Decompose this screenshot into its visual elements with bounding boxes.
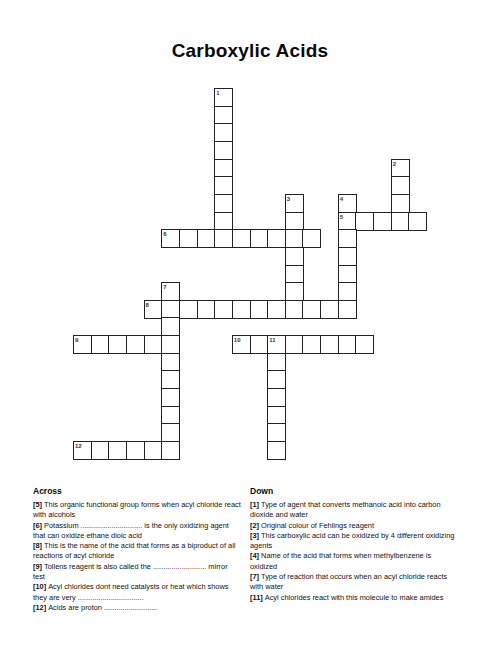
cell-number: 5 [340,214,343,220]
clue-text: Name of the acid that forms when methylb… [250,551,431,570]
cell-number: 6 [163,231,166,237]
grid-cell[interactable] [232,300,251,319]
grid-cell[interactable] [302,335,321,354]
grid-cell[interactable] [338,247,357,266]
grid-cell[interactable] [373,212,392,231]
grid-cell[interactable] [338,300,357,319]
grid-cell[interactable] [108,441,127,460]
grid-cell[interactable] [144,441,163,460]
cell-number: 11 [269,337,275,343]
grid-cell[interactable] [179,229,198,248]
grid-cell[interactable] [285,212,304,231]
grid-cell[interactable] [91,335,110,354]
grid-cell[interactable] [91,441,110,460]
grid-cell[interactable] [285,265,304,284]
grid-cell[interactable] [285,335,304,354]
grid-cell[interactable] [355,335,374,354]
clue-number: [9] [33,562,42,571]
grid-cell[interactable] [161,335,180,354]
grid-cell[interactable] [161,441,180,460]
clue-text: Acyl chlorides react with this molecule … [265,593,444,602]
grid-cell[interactable] [214,141,233,160]
clue-across-8: [8]This is the name of the acid that for… [33,541,241,562]
down-heading: Down [250,486,458,496]
clue-across-10: [10]Acyl chlorides dont need catalysts o… [33,582,241,603]
grid-cell[interactable] [161,388,180,407]
grid-cell[interactable] [214,123,233,142]
clue-text: Acyl chlorides dont need catalysts or he… [33,582,229,601]
grid-cell[interactable] [250,335,269,354]
grid-cell[interactable] [408,212,427,231]
grid-cell[interactable] [161,370,180,389]
clue-number: [11] [250,593,263,602]
clue-down-2: [2]Original colour of Fehlings reagent [250,521,458,531]
grid-cell[interactable] [250,229,269,248]
clue-number: [6] [33,521,42,530]
grid-cell[interactable] [126,441,145,460]
grid-cell[interactable] [214,229,233,248]
clue-text: Type of agent that converts methanoic ac… [250,500,441,519]
grid-cell[interactable] [267,353,286,372]
grid-cell[interactable] [126,335,145,354]
grid-cell[interactable] [338,229,357,248]
grid-cell[interactable] [302,300,321,319]
clue-text: Original colour of Fehlings reagent [261,521,374,530]
grid-cell[interactable] [108,335,127,354]
grid-cell[interactable] [197,300,216,319]
grid-cell[interactable] [285,300,304,319]
grid-cell[interactable] [232,229,251,248]
clue-number: [7] [250,572,259,581]
clue-down-3: [3]This carboxylic acid can be oxidized … [250,531,458,552]
clue-number: [4] [250,551,259,560]
grid-cell[interactable] [161,300,180,319]
clue-down-1: [1]Type of agent that converts methanoic… [250,500,458,521]
cell-number: 9 [75,337,78,343]
clue-number: [8] [33,541,42,550]
across-heading: Across [33,486,241,496]
clue-text: Potassium ..............................… [33,521,229,540]
clue-text: This is the name of the acid that forms … [33,541,235,560]
clue-down-11: [11]Acyl chlorides react with this molec… [250,593,458,603]
clue-across-5: [5]This organic functional group forms w… [33,500,241,521]
grid-cell[interactable] [267,370,286,389]
clue-text: This organic functional group forms when… [33,500,241,519]
clue-text: Acids are proton .......................… [48,603,157,612]
grid-cell[interactable] [161,353,180,372]
grid-cell[interactable] [161,406,180,425]
clue-number: [5] [33,500,42,509]
down-clues: Down [1]Type of agent that converts meth… [250,486,458,603]
grid-cell[interactable] [161,423,180,442]
grid-cell[interactable] [144,335,163,354]
clue-number: [3] [250,531,259,540]
clue-text: Tollens reagent is also called the .....… [33,562,228,581]
clue-across-6: [6]Potassium ...........................… [33,521,241,542]
grid-cell[interactable] [285,247,304,266]
grid-cell[interactable] [267,229,286,248]
cell-number: 2 [393,161,396,167]
clue-number: [12] [33,603,46,612]
grid-cell[interactable] [267,406,286,425]
clue-down-4: [4]Name of the acid that forms when meth… [250,551,458,572]
crossword-grid: 123456789101112 [0,0,500,480]
grid-cell[interactable] [320,335,339,354]
clue-across-12: [12]Acids are proton ...................… [33,603,241,613]
across-clues: Across [5]This organic functional group … [33,486,241,613]
grid-cell[interactable] [338,335,357,354]
grid-cell[interactable] [391,176,410,195]
cell-number: 10 [234,337,241,343]
grid-cell[interactable] [250,300,269,319]
cell-number: 7 [163,284,166,290]
grid-cell[interactable] [302,229,321,248]
grid-cell[interactable] [214,194,233,213]
cell-number: 8 [146,302,149,308]
clue-number: [1] [250,500,259,509]
grid-cell[interactable] [338,282,357,301]
grid-cell[interactable] [338,265,357,284]
clue-number: [2] [250,521,259,530]
cell-number: 12 [75,443,82,449]
grid-cell[interactable] [179,300,198,319]
grid-cell[interactable] [214,176,233,195]
clue-down-7: [7]Type of reaction that occurs when an … [250,572,458,593]
grid-cell[interactable] [355,212,374,231]
grid-cell[interactable] [285,229,304,248]
grid-cell[interactable] [391,194,410,213]
grid-cell[interactable] [197,229,216,248]
grid-cell[interactable] [161,317,180,336]
grid-cell[interactable] [267,300,286,319]
cell-number: 3 [287,196,290,202]
grid-cell[interactable] [214,159,233,178]
grid-cell[interactable] [285,282,304,301]
grid-cell[interactable] [267,423,286,442]
clue-text: This carboxylic acid can be oxidized by … [250,531,454,550]
grid-cell[interactable] [214,212,233,231]
cell-number: 4 [340,196,343,202]
clue-number: [10] [33,582,46,591]
clue-across-9: [9]Tollens reagent is also called the ..… [33,562,241,583]
cell-number: 1 [216,90,219,96]
grid-cell[interactable] [214,300,233,319]
grid-cell[interactable] [391,212,410,231]
clue-text: Type of reaction that occurs when an acy… [250,572,447,591]
grid-cell[interactable] [320,300,339,319]
grid-cell[interactable] [267,388,286,407]
grid-cell[interactable] [214,106,233,125]
grid-cell[interactable] [267,441,286,460]
